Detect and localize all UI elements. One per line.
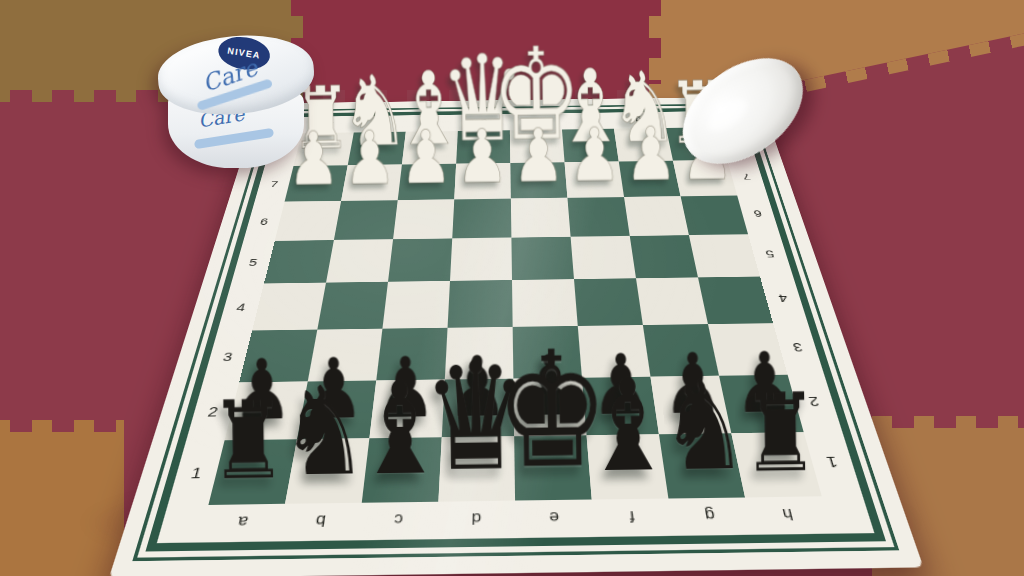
file-label-top-g: g [612, 112, 666, 129]
square-d6 [452, 199, 511, 239]
square-e6 [511, 198, 571, 238]
square-g4 [636, 277, 708, 325]
white-pawn-e7: ♟ [512, 119, 566, 193]
file-label-top-c: c [406, 115, 459, 132]
chess-board: 87654321 87654321 abcdefgh abcdefgh ♜♞♝♛… [109, 97, 924, 576]
square-f5 [571, 236, 636, 279]
puzzle-teeth [872, 416, 1024, 428]
white-pawn-c7: ♟ [399, 121, 453, 195]
square-f7: ♟ [565, 161, 624, 197]
square-c6 [393, 199, 454, 239]
square-g7: ♟ [619, 161, 681, 197]
square-c4 [382, 281, 450, 329]
photo-scene: 87654321 87654321 abcdefgh abcdefgh ♜♞♝♛… [0, 0, 1024, 576]
square-b7: ♟ [341, 165, 402, 201]
square-f6 [567, 197, 629, 237]
white-pawn-b7: ♟ [343, 122, 397, 196]
file-label-top-b: b [354, 115, 408, 132]
puzzle-teeth [0, 420, 124, 432]
board-squares: ♜♞♝♛♚♝♞♜♟♟♟♟♟♟♟♟♟♟♟♟♟♟♟♟♜♞♝♛♚♝♞♜ [208, 127, 821, 505]
white-pawn-f7: ♟ [568, 118, 622, 192]
black-rook-h1: ♜ [741, 379, 820, 488]
square-g5 [630, 235, 698, 278]
jar-body-blue-strip [194, 128, 274, 149]
file-label-top-f: f [561, 112, 614, 129]
square-g6 [624, 196, 689, 236]
square-h7: ♟ [673, 160, 737, 196]
file-label-top-d: d [458, 114, 510, 131]
square-a4 [252, 283, 326, 331]
square-b4 [317, 282, 388, 330]
square-a7: ♟ [285, 165, 348, 201]
square-a6 [275, 201, 341, 241]
white-pawn-g7: ♟ [624, 118, 678, 192]
cream-jar: Care NIVEA Care [158, 36, 314, 168]
black-knight-g1: ♞ [659, 365, 749, 489]
black-rook-a1: ♜ [209, 386, 288, 495]
square-h1: ♜ [731, 432, 821, 497]
white-pawn-d7: ♟ [455, 120, 509, 194]
file-label-top-e: e [510, 113, 562, 130]
square-h4 [698, 277, 773, 325]
square-c7: ♟ [398, 164, 456, 200]
square-g1: ♞ [659, 433, 745, 498]
square-b6 [334, 200, 398, 240]
